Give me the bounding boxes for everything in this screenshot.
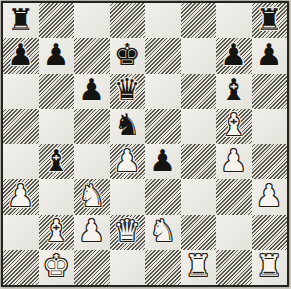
square-h8: ♜ — [252, 3, 288, 38]
square-e4: ♟ — [145, 144, 181, 179]
square-h4 — [252, 144, 288, 179]
square-a4 — [3, 144, 39, 179]
square-e5 — [145, 109, 181, 144]
square-f4 — [181, 144, 217, 179]
square-h2 — [252, 215, 288, 250]
black-king-d7-icon: ♚ — [114, 40, 141, 70]
square-d3 — [110, 179, 146, 214]
square-h5 — [252, 109, 288, 144]
chess-board: ♜♜♟♟♚♟♟♟♛♝♞♝♝♟♟♟♟♞♟♝♟♛♞♚♜♜ — [3, 3, 287, 285]
black-pawn-e4-icon: ♟ — [149, 146, 176, 176]
square-c8 — [74, 3, 110, 38]
square-a3: ♟ — [3, 179, 39, 214]
black-knight-d5-icon: ♞ — [114, 110, 141, 140]
black-pawn-b7-icon: ♟ — [43, 40, 70, 70]
square-d5: ♞ — [110, 109, 146, 144]
square-d4: ♟ — [110, 144, 146, 179]
black-bishop-g6-icon: ♝ — [220, 75, 247, 105]
black-pawn-h7-icon: ♟ — [256, 40, 283, 70]
square-b1: ♚ — [39, 250, 75, 285]
square-e8 — [145, 3, 181, 38]
square-f3 — [181, 179, 217, 214]
white-pawn-h3-icon: ♟ — [256, 181, 283, 211]
white-pawn-a3-icon: ♟ — [7, 181, 34, 211]
square-d6: ♛ — [110, 74, 146, 109]
square-b7: ♟ — [39, 38, 75, 73]
white-bishop-g5-icon: ♝ — [220, 110, 247, 140]
square-f5 — [181, 109, 217, 144]
square-c5 — [74, 109, 110, 144]
square-c1 — [74, 250, 110, 285]
white-knight-c3-icon: ♞ — [78, 181, 105, 211]
square-b5 — [39, 109, 75, 144]
white-king-b1-icon: ♚ — [43, 251, 70, 281]
scanned-book-page: { "game": "chess", "diagram_type": "prin… — [0, 0, 291, 289]
square-h7: ♟ — [252, 38, 288, 73]
book-page-background: ♜♜♟♟♚♟♟♟♛♝♞♝♝♟♟♟♟♞♟♝♟♛♞♚♜♜ — [0, 0, 291, 289]
square-f7 — [181, 38, 217, 73]
black-rook-h8-icon: ♜ — [256, 5, 283, 35]
square-c7 — [74, 38, 110, 73]
square-c3: ♞ — [74, 179, 110, 214]
square-e3 — [145, 179, 181, 214]
square-c4 — [74, 144, 110, 179]
square-e2: ♞ — [145, 215, 181, 250]
black-pawn-a7-icon: ♟ — [7, 40, 34, 70]
square-c2: ♟ — [74, 215, 110, 250]
square-c6: ♟ — [74, 74, 110, 109]
square-g3 — [216, 179, 252, 214]
square-d7: ♚ — [110, 38, 146, 73]
board-border: ♜♜♟♟♚♟♟♟♛♝♞♝♝♟♟♟♟♞♟♝♟♛♞♚♜♜ — [1, 1, 289, 287]
square-h3: ♟ — [252, 179, 288, 214]
square-e7 — [145, 38, 181, 73]
square-g7: ♟ — [216, 38, 252, 73]
square-a8: ♜ — [3, 3, 39, 38]
square-d1 — [110, 250, 146, 285]
black-queen-d6-icon: ♛ — [114, 75, 141, 105]
square-b8 — [39, 3, 75, 38]
square-a5 — [3, 109, 39, 144]
black-pawn-c6-icon: ♟ — [78, 75, 105, 105]
white-pawn-g4-icon: ♟ — [220, 146, 247, 176]
square-g2 — [216, 215, 252, 250]
square-e6 — [145, 74, 181, 109]
square-f1: ♜ — [181, 250, 217, 285]
square-h1: ♜ — [252, 250, 288, 285]
square-a6 — [3, 74, 39, 109]
square-b3 — [39, 179, 75, 214]
square-g5: ♝ — [216, 109, 252, 144]
square-f8 — [181, 3, 217, 38]
white-rook-f1-icon: ♜ — [185, 251, 212, 281]
square-g6: ♝ — [216, 74, 252, 109]
square-h6 — [252, 74, 288, 109]
square-b4: ♝ — [39, 144, 75, 179]
white-pawn-d4-icon: ♟ — [114, 146, 141, 176]
square-e1 — [145, 250, 181, 285]
square-f2 — [181, 215, 217, 250]
square-f6 — [181, 74, 217, 109]
white-knight-e2-icon: ♞ — [149, 216, 176, 246]
square-d8 — [110, 3, 146, 38]
white-queen-d2-icon: ♛ — [114, 216, 141, 246]
white-bishop-b2-icon: ♝ — [43, 216, 70, 246]
square-a7: ♟ — [3, 38, 39, 73]
square-a1 — [3, 250, 39, 285]
black-pawn-g7-icon: ♟ — [220, 40, 247, 70]
square-b6 — [39, 74, 75, 109]
square-a2 — [3, 215, 39, 250]
black-bishop-b4-icon: ♝ — [43, 146, 70, 176]
black-rook-a8-icon: ♜ — [7, 5, 34, 35]
square-g1 — [216, 250, 252, 285]
square-b2: ♝ — [39, 215, 75, 250]
square-d2: ♛ — [110, 215, 146, 250]
square-g8 — [216, 3, 252, 38]
square-g4: ♟ — [216, 144, 252, 179]
white-rook-h1-icon: ♜ — [256, 251, 283, 281]
white-pawn-c2-icon: ♟ — [78, 216, 105, 246]
